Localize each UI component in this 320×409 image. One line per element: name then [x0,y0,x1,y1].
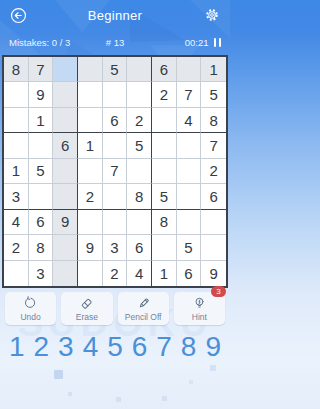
cell-r9c2[interactable]: 3 [29,261,54,286]
cell-r8c5[interactable]: 3 [103,235,128,260]
numpad-1[interactable]: 1 [9,332,25,361]
cell-r3c2[interactable]: 1 [29,108,54,133]
cell-r7c9[interactable] [201,210,226,235]
cell-r3c7[interactable] [152,108,177,133]
cell-r7c8[interactable] [177,210,202,235]
cell-r1c9[interactable]: 1 [201,57,226,82]
cell-r5c1[interactable]: 1 [4,159,29,184]
decor-square [189,380,193,384]
cell-r1c3[interactable] [53,57,78,82]
cell-r9c8[interactable]: 6 [177,261,202,286]
cell-r8c6[interactable]: 6 [127,235,152,260]
undo-icon [23,296,38,311]
cell-r1c6[interactable] [127,57,152,82]
numpad-7[interactable]: 7 [156,332,172,361]
cell-r7c4[interactable] [78,210,103,235]
cell-r1c1[interactable]: 8 [4,57,29,82]
settings-button[interactable] [203,6,221,24]
cell-r4c4[interactable]: 1 [78,133,103,158]
cell-r8c9[interactable] [201,235,226,260]
cell-r1c2[interactable]: 7 [29,57,54,82]
cell-r4c1[interactable] [4,133,29,158]
cell-r3c8[interactable]: 4 [177,108,202,133]
mistakes-label: Mistakes: 0 / 3 [9,37,80,48]
back-arrow-icon [10,7,27,24]
cell-r5c3[interactable] [53,159,78,184]
cell-r5c4[interactable] [78,159,103,184]
numpad-4[interactable]: 4 [83,332,99,361]
cell-r7c2[interactable]: 6 [29,210,54,235]
cell-r3c9[interactable]: 8 [201,108,226,133]
undo-label: Undo [20,312,40,322]
decor-square [210,365,216,371]
cell-r7c3[interactable]: 9 [53,210,78,235]
cell-r8c8[interactable]: 5 [177,235,202,260]
numpad-3[interactable]: 3 [58,332,74,361]
cell-r6c9[interactable]: 6 [201,184,226,209]
gear-icon [204,7,220,23]
cell-r6c2[interactable] [29,184,54,209]
cell-r5c9[interactable]: 2 [201,159,226,184]
pencil-button[interactable]: Pencil Off [118,292,169,325]
cell-r9c1[interactable] [4,261,29,286]
cell-r2c3[interactable] [53,82,78,107]
cell-r3c3[interactable] [53,108,78,133]
puzzle-number: # 13 [80,37,151,48]
lightbulb-icon [192,296,207,311]
cell-r6c7[interactable]: 5 [152,184,177,209]
top-bar: Beginner [0,0,230,30]
cell-r1c5[interactable]: 5 [103,57,128,82]
cell-r4c5[interactable] [103,133,128,158]
cell-r1c8[interactable] [177,57,202,82]
hint-label: Hint [192,312,207,322]
cell-r4c8[interactable] [177,133,202,158]
toolbar: Undo Erase Pencil Off 3 Hint [0,292,230,325]
pencil-label: Pencil Off [125,312,162,322]
cell-r5c7[interactable] [152,159,177,184]
cell-r4c6[interactable]: 5 [127,133,152,158]
undo-button[interactable]: Undo [5,292,56,325]
cell-r8c3[interactable] [53,235,78,260]
cell-r2c6[interactable] [127,82,152,107]
cell-r2c2[interactable]: 9 [29,82,54,107]
cell-r3c6[interactable]: 2 [127,108,152,133]
cell-r7c1[interactable]: 4 [4,210,29,235]
cell-r6c6[interactable]: 8 [127,184,152,209]
cell-r6c5[interactable] [103,184,128,209]
cell-r6c3[interactable] [53,184,78,209]
cell-r8c4[interactable]: 9 [78,235,103,260]
cell-r9c5[interactable]: 2 [103,261,128,286]
eraser-icon [79,296,94,311]
decor-square [54,370,63,379]
cell-r8c7[interactable] [152,235,177,260]
cell-r9c3[interactable] [53,261,78,286]
numpad-8[interactable]: 8 [181,332,197,361]
numpad: 123456789 [0,332,230,361]
timer: 00:21 [185,37,209,48]
hint-badge: 3 [211,286,226,297]
numpad-9[interactable]: 9 [205,332,221,361]
numpad-6[interactable]: 6 [132,332,148,361]
cell-r3c1[interactable] [4,108,29,133]
pencil-icon [136,296,151,311]
cell-r4c7[interactable] [152,133,177,158]
cell-r8c1[interactable]: 2 [4,235,29,260]
cell-r2c1[interactable] [4,82,29,107]
cell-r9c4[interactable] [78,261,103,286]
hint-button[interactable]: 3 Hint [174,292,225,325]
cell-r2c8[interactable]: 7 [177,82,202,107]
cell-r6c4[interactable]: 2 [78,184,103,209]
cell-r1c7[interactable]: 6 [152,57,177,82]
cell-r3c5[interactable]: 6 [103,108,128,133]
back-button[interactable] [9,6,27,24]
cell-r7c5[interactable] [103,210,128,235]
erase-button[interactable]: Erase [61,292,112,325]
cell-r2c4[interactable] [78,82,103,107]
cell-r2c5[interactable] [103,82,128,107]
cell-r5c8[interactable] [177,159,202,184]
cell-r4c9[interactable]: 7 [201,133,226,158]
cell-r1c4[interactable] [78,57,103,82]
decor-square [116,397,121,402]
cell-r8c2[interactable]: 8 [29,235,54,260]
cell-r4c2[interactable] [29,133,54,158]
cell-r6c8[interactable] [177,184,202,209]
cell-r6c1[interactable]: 3 [4,184,29,209]
cell-r4c3[interactable]: 6 [53,133,78,158]
pause-button[interactable] [214,38,222,47]
cell-r2c7[interactable]: 2 [152,82,177,107]
decor-square [162,396,167,401]
cell-r9c7[interactable]: 1 [152,261,177,286]
cell-r5c5[interactable]: 7 [103,159,128,184]
cell-r5c6[interactable] [127,159,152,184]
cell-r3c4[interactable] [78,108,103,133]
cell-r7c7[interactable]: 8 [152,210,177,235]
sudoku-board: 8756192751624861571572328564698289365324… [2,55,228,288]
cell-r9c6[interactable]: 4 [127,261,152,286]
cell-r9c9[interactable]: 9 [201,261,226,286]
page-title: Beginner [88,8,142,23]
cell-r2c9[interactable]: 5 [201,82,226,107]
status-bar: Mistakes: 0 / 3 # 13 00:21 [0,30,230,55]
numpad-5[interactable]: 5 [107,332,123,361]
cell-r7c6[interactable] [127,210,152,235]
decor-square [68,392,72,396]
numpad-2[interactable]: 2 [34,332,50,361]
cell-r5c2[interactable]: 5 [29,159,54,184]
erase-label: Erase [76,312,98,322]
